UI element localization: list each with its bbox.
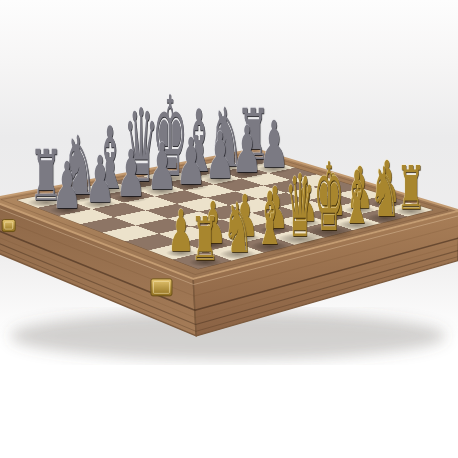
chess-set-photo: ♜♞♟♝♟♚♟♛♟♝♟♞♟♜♟♟♟♟♜♟♞♟♝♟♚♟♛♟♝♟♞♜ bbox=[0, 0, 458, 458]
box-hinge bbox=[2, 220, 15, 232]
